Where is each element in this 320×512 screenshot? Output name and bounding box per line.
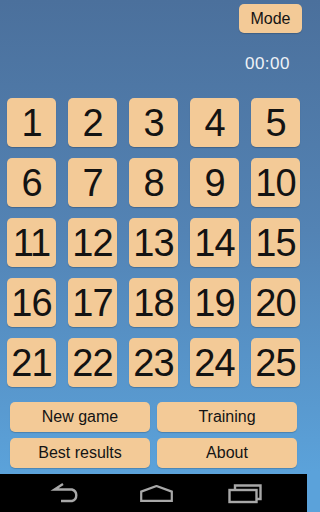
grid-cell-3[interactable]: 3 [129, 98, 178, 147]
grid-cell-25[interactable]: 25 [251, 338, 300, 387]
grid-cell-8[interactable]: 8 [129, 158, 178, 207]
grid-cell-10[interactable]: 10 [251, 158, 300, 207]
grid-cell-6[interactable]: 6 [7, 158, 56, 207]
grid-cell-2[interactable]: 2 [68, 98, 117, 147]
recents-icon[interactable] [222, 474, 268, 512]
training-button[interactable]: Training [157, 402, 297, 432]
grid-cell-23[interactable]: 23 [129, 338, 178, 387]
grid-cell-24[interactable]: 24 [190, 338, 239, 387]
about-button[interactable]: About [157, 438, 297, 468]
best-results-button[interactable]: Best results [10, 438, 150, 468]
grid-cell-11[interactable]: 11 [7, 218, 56, 267]
grid-cell-12[interactable]: 12 [68, 218, 117, 267]
menu: New game Training Best results About [0, 402, 307, 468]
number-grid: 1234567891011121314151617181920212223242… [0, 98, 307, 387]
grid-cell-19[interactable]: 19 [190, 278, 239, 327]
grid-cell-22[interactable]: 22 [68, 338, 117, 387]
grid-cell-16[interactable]: 16 [7, 278, 56, 327]
home-icon[interactable] [133, 474, 179, 512]
android-navbar [0, 474, 307, 512]
grid-cell-17[interactable]: 17 [68, 278, 117, 327]
grid-cell-7[interactable]: 7 [68, 158, 117, 207]
grid-cell-9[interactable]: 9 [190, 158, 239, 207]
grid-cell-1[interactable]: 1 [7, 98, 56, 147]
back-icon[interactable] [44, 474, 90, 512]
mode-button[interactable]: Mode [239, 4, 302, 33]
app-screen: Mode 00:00 12345678910111213141516171819… [0, 0, 307, 512]
timer: 00:00 [245, 54, 290, 74]
grid-cell-21[interactable]: 21 [7, 338, 56, 387]
grid-cell-18[interactable]: 18 [129, 278, 178, 327]
grid-cell-4[interactable]: 4 [190, 98, 239, 147]
header: Mode 00:00 [0, 0, 307, 98]
grid-cell-13[interactable]: 13 [129, 218, 178, 267]
grid-cell-20[interactable]: 20 [251, 278, 300, 327]
grid-cell-5[interactable]: 5 [251, 98, 300, 147]
grid-cell-14[interactable]: 14 [190, 218, 239, 267]
grid-cell-15[interactable]: 15 [251, 218, 300, 267]
new-game-button[interactable]: New game [10, 402, 150, 432]
